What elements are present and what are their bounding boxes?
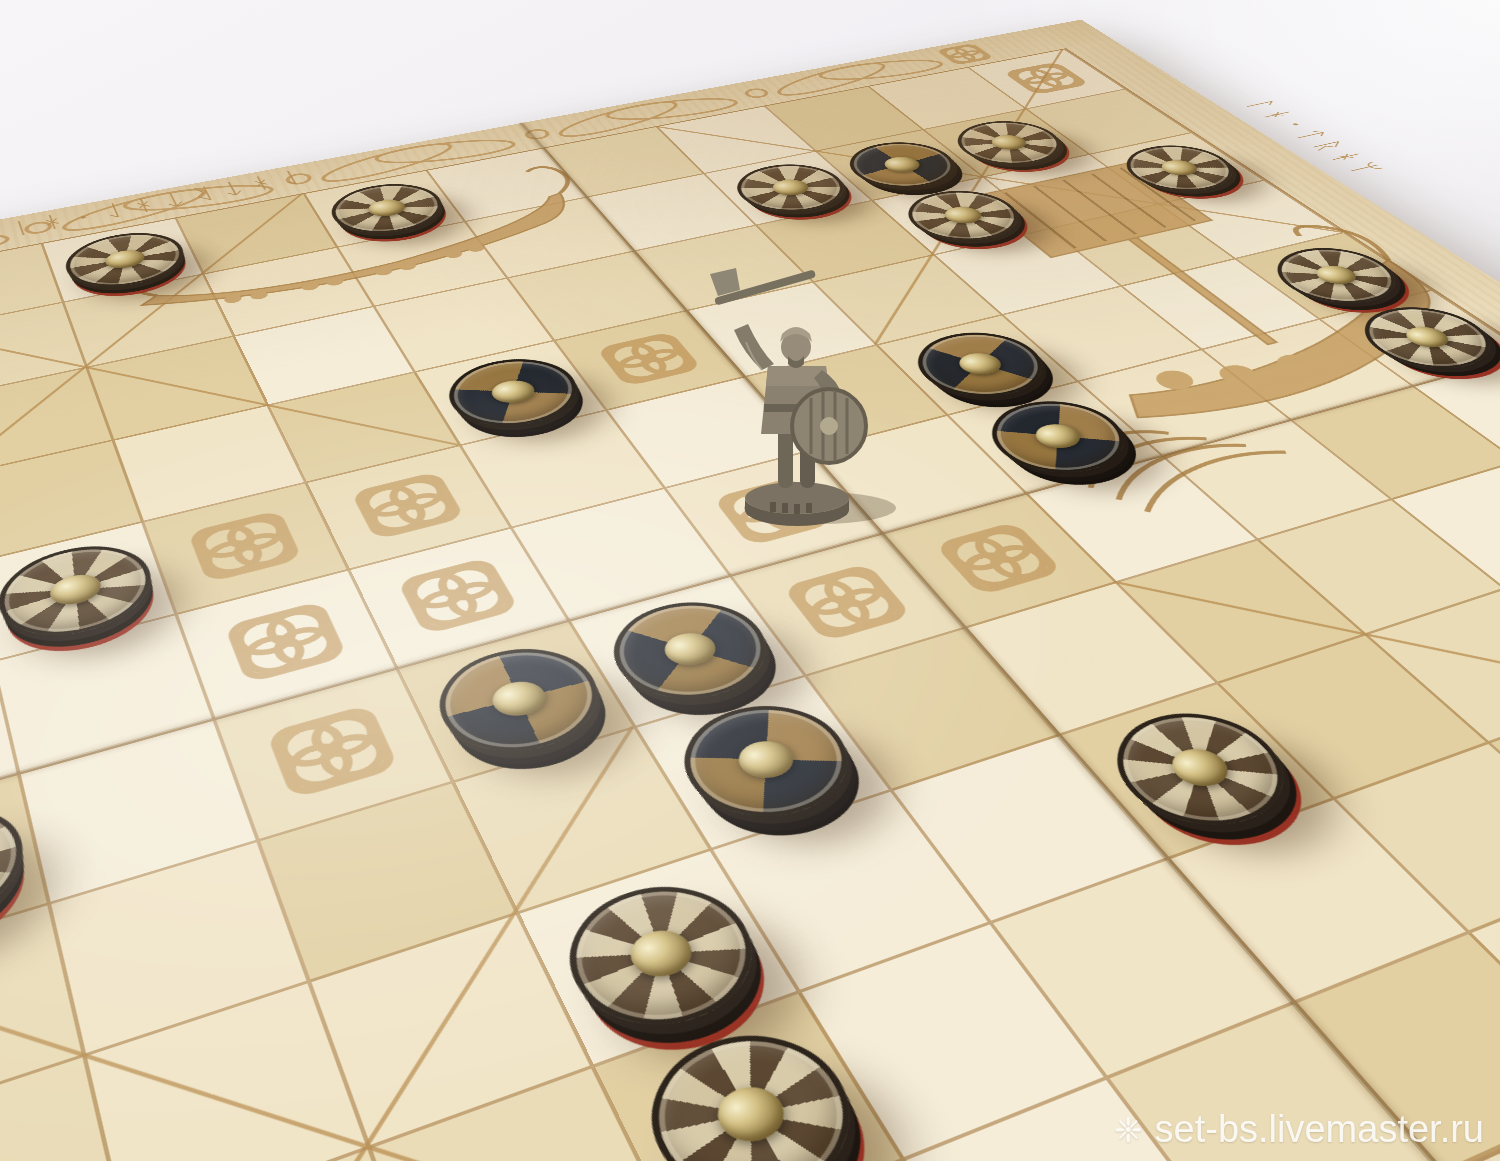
- table-scene: ᛚᚼᛏᚱᛏᚼᛚ᛫ᚼᛁᚱᚼᛏᚾᛁᚱ ᛚᚼ᛫ᛏᚱᚼᛘ: [0, 0, 1500, 1161]
- brass-boss-icon: [657, 628, 723, 670]
- celtic-knot-icon: [335, 462, 480, 550]
- board-grid: [0, 48, 1500, 1161]
- celtic-knot-icon: [380, 547, 536, 647]
- photo-frame: ᛚᚼᛏᚱᛏᚼᛚ᛫ᚼᛁᚱᚼᛏᚾᛁᚱ ᛚᚼ᛫ᛏᚱᚼᛘ: [0, 0, 1500, 1161]
- celtic-knot-icon: [764, 553, 930, 653]
- brass-boss-icon: [1162, 743, 1239, 792]
- rune-inscription-right: ᛚᚼ᛫ᛏᚱᚼᛘ: [1239, 97, 1394, 178]
- brass-boss-icon: [1398, 324, 1457, 351]
- celtic-knot-icon: [991, 57, 1102, 99]
- brass-boss-icon: [364, 197, 409, 219]
- brass-boss-icon: [708, 1079, 795, 1151]
- snowflake-ornament-icon: ❈: [1114, 1110, 1143, 1150]
- king-piece[interactable]: [692, 246, 902, 530]
- viking-figurine-icon: [692, 246, 902, 530]
- celtic-knot-icon: [207, 590, 363, 696]
- brass-boss-icon: [47, 570, 105, 609]
- brass-boss-icon: [1309, 263, 1364, 287]
- celtic-knot-icon: [916, 512, 1081, 607]
- brass-boss-icon: [730, 735, 802, 784]
- tafl-board: ᛚᚼᛏᚱᛏᚼᛚ᛫ᚼᛁᚱᚼᛏᚾᛁᚱ ᛚᚼ᛫ᛏᚱᚼᛘ: [0, 20, 1500, 1161]
- watermark-text: set-bs.livemaster.ru: [1155, 1108, 1484, 1151]
- brass-boss-icon: [486, 377, 540, 406]
- brass-boss-icon: [102, 247, 147, 271]
- brass-boss-icon: [952, 350, 1008, 378]
- brass-boss-icon: [1028, 420, 1088, 451]
- brass-boss-icon: [938, 204, 988, 226]
- celtic-knot-icon: [172, 500, 318, 593]
- brass-boss-icon: [1155, 158, 1204, 178]
- celtic-knot-icon: [248, 692, 417, 813]
- watermark: ❈ set-bs.livemaster.ru: [1114, 1108, 1484, 1151]
- brass-boss-icon: [986, 133, 1033, 152]
- brass-boss-icon: [622, 923, 701, 984]
- brass-boss-icon: [486, 676, 553, 721]
- brass-boss-icon: [879, 155, 926, 175]
- brass-boss-icon: [767, 177, 814, 198]
